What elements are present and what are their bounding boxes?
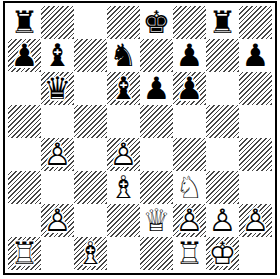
square-a3[interactable] <box>8 171 41 204</box>
square-h3[interactable] <box>239 171 272 204</box>
black-bishop-icon: ♝ <box>107 72 140 105</box>
square-g7[interactable] <box>206 39 239 72</box>
white-knight-icon: ♘ <box>173 171 206 204</box>
chess-board: ♜♚♜♟♝♞♟♟♛♝♟♟♟♙♟♙♝♗♞♘♟♙♛♕♟♙♟♙♟♙♜♖♝♗♜♖♚♔ <box>8 6 272 270</box>
square-d5[interactable] <box>107 105 140 138</box>
square-e1[interactable] <box>140 237 173 270</box>
square-h7[interactable]: ♟ <box>239 39 272 72</box>
square-h4[interactable] <box>239 138 272 171</box>
square-a6[interactable] <box>8 72 41 105</box>
square-e3[interactable] <box>140 171 173 204</box>
square-a2[interactable] <box>8 204 41 237</box>
square-c3[interactable] <box>74 171 107 204</box>
square-b4[interactable]: ♟♙ <box>41 138 74 171</box>
square-g8[interactable]: ♜ <box>206 6 239 39</box>
square-f7[interactable]: ♟ <box>173 39 206 72</box>
black-pawn-icon: ♟ <box>173 72 206 105</box>
square-h5[interactable] <box>239 105 272 138</box>
square-g4[interactable] <box>206 138 239 171</box>
square-e7[interactable] <box>140 39 173 72</box>
square-c4[interactable] <box>74 138 107 171</box>
white-rook-icon: ♖ <box>8 237 41 270</box>
square-h1[interactable] <box>239 237 272 270</box>
square-f3[interactable]: ♞♘ <box>173 171 206 204</box>
square-g2[interactable]: ♟♙ <box>206 204 239 237</box>
square-a8[interactable]: ♜ <box>8 6 41 39</box>
square-f4[interactable] <box>173 138 206 171</box>
white-bishop-icon: ♗ <box>74 237 107 270</box>
white-pawn-icon: ♙ <box>41 138 74 171</box>
black-knight-icon: ♞ <box>107 39 140 72</box>
square-f2[interactable]: ♟♙ <box>173 204 206 237</box>
white-pawn-icon: ♙ <box>107 138 140 171</box>
square-d6[interactable]: ♝ <box>107 72 140 105</box>
square-h6[interactable] <box>239 72 272 105</box>
square-h8[interactable] <box>239 6 272 39</box>
square-d4[interactable]: ♟♙ <box>107 138 140 171</box>
diagram-page: ♜♚♜♟♝♞♟♟♛♝♟♟♟♙♟♙♝♗♞♘♟♙♛♕♟♙♟♙♟♙♜♖♝♗♜♖♚♔ <box>0 0 280 279</box>
board-frame: ♜♚♜♟♝♞♟♟♛♝♟♟♟♙♟♙♝♗♞♘♟♙♛♕♟♙♟♙♟♙♜♖♝♗♜♖♚♔ <box>3 1 277 275</box>
square-d3[interactable]: ♝♗ <box>107 171 140 204</box>
black-king-icon: ♚ <box>140 6 173 39</box>
square-c1[interactable]: ♝♗ <box>74 237 107 270</box>
white-pawn-icon: ♙ <box>41 204 74 237</box>
square-e5[interactable] <box>140 105 173 138</box>
square-a1[interactable]: ♜♖ <box>8 237 41 270</box>
square-d1[interactable] <box>107 237 140 270</box>
white-rook-icon: ♖ <box>173 237 206 270</box>
white-pawn-icon: ♙ <box>173 204 206 237</box>
square-g3[interactable] <box>206 171 239 204</box>
square-a5[interactable] <box>8 105 41 138</box>
square-e8[interactable]: ♚ <box>140 6 173 39</box>
white-king-icon: ♔ <box>206 237 239 270</box>
white-pawn-icon: ♙ <box>239 204 272 237</box>
square-d7[interactable]: ♞ <box>107 39 140 72</box>
black-queen-icon: ♛ <box>41 72 74 105</box>
square-d8[interactable] <box>107 6 140 39</box>
black-pawn-icon: ♟ <box>140 72 173 105</box>
square-c5[interactable] <box>74 105 107 138</box>
square-c6[interactable] <box>74 72 107 105</box>
square-b1[interactable] <box>41 237 74 270</box>
white-queen-icon: ♕ <box>140 204 173 237</box>
square-e4[interactable] <box>140 138 173 171</box>
square-b5[interactable] <box>41 105 74 138</box>
square-b3[interactable] <box>41 171 74 204</box>
square-f6[interactable]: ♟ <box>173 72 206 105</box>
square-b8[interactable] <box>41 6 74 39</box>
square-e2[interactable]: ♛♕ <box>140 204 173 237</box>
square-f8[interactable] <box>173 6 206 39</box>
square-b2[interactable]: ♟♙ <box>41 204 74 237</box>
square-e6[interactable]: ♟ <box>140 72 173 105</box>
black-pawn-icon: ♟ <box>173 39 206 72</box>
black-pawn-icon: ♟ <box>239 39 272 72</box>
square-f5[interactable] <box>173 105 206 138</box>
square-c2[interactable] <box>74 204 107 237</box>
white-bishop-icon: ♗ <box>107 171 140 204</box>
square-b6[interactable]: ♛ <box>41 72 74 105</box>
black-pawn-icon: ♟ <box>8 39 41 72</box>
white-pawn-icon: ♙ <box>206 204 239 237</box>
square-h2[interactable]: ♟♙ <box>239 204 272 237</box>
black-bishop-icon: ♝ <box>41 39 74 72</box>
square-a7[interactable]: ♟ <box>8 39 41 72</box>
square-g5[interactable] <box>206 105 239 138</box>
black-rook-icon: ♜ <box>8 6 41 39</box>
square-a4[interactable] <box>8 138 41 171</box>
square-b7[interactable]: ♝ <box>41 39 74 72</box>
square-d2[interactable] <box>107 204 140 237</box>
square-f1[interactable]: ♜♖ <box>173 237 206 270</box>
black-rook-icon: ♜ <box>206 6 239 39</box>
square-c8[interactable] <box>74 6 107 39</box>
square-g6[interactable] <box>206 72 239 105</box>
square-g1[interactable]: ♚♔ <box>206 237 239 270</box>
square-c7[interactable] <box>74 39 107 72</box>
